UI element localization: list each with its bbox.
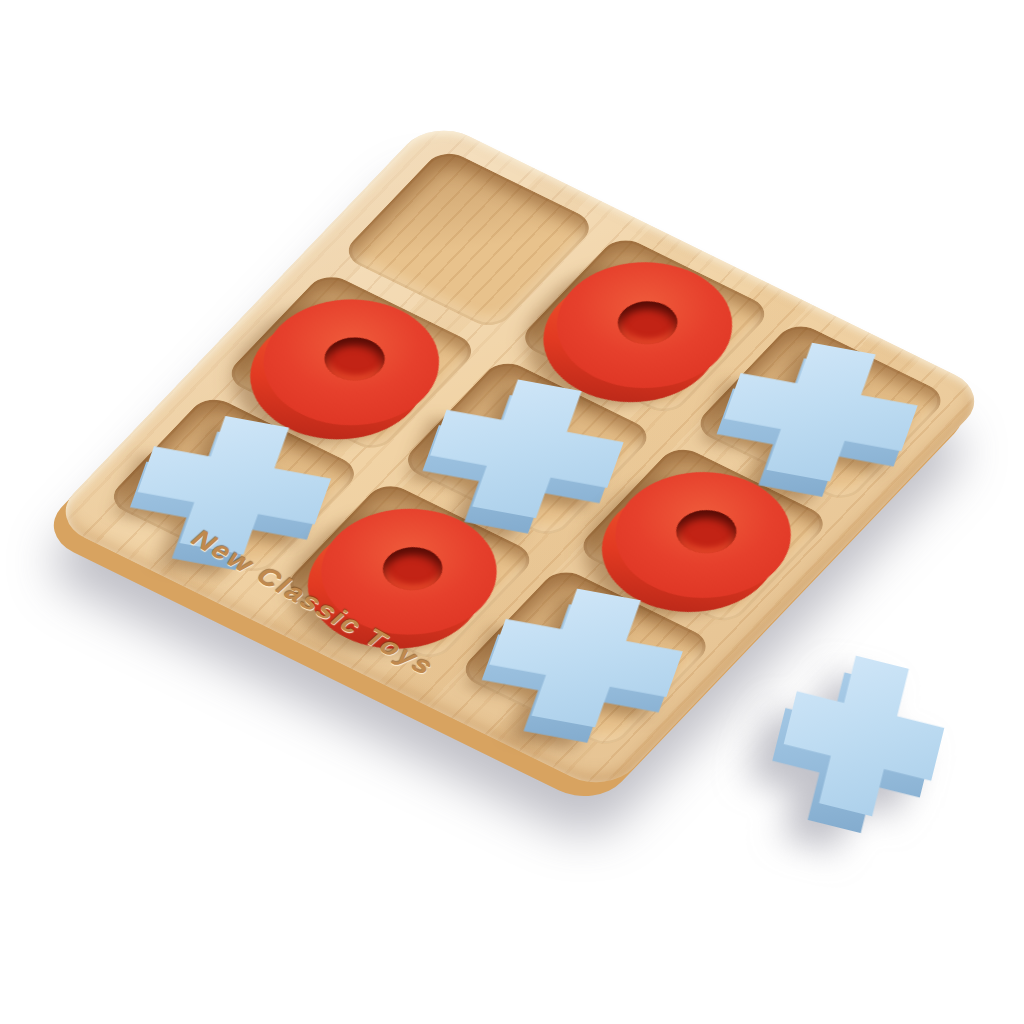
product-photo: New Classic Toys bbox=[0, 0, 1024, 1024]
piece-x[interactable] bbox=[709, 332, 932, 492]
piece-x[interactable] bbox=[772, 644, 956, 828]
off-board-piece-tray[interactable] bbox=[788, 660, 940, 812]
piece-x-top-face bbox=[772, 644, 956, 828]
piece-x-top-face bbox=[709, 332, 932, 492]
